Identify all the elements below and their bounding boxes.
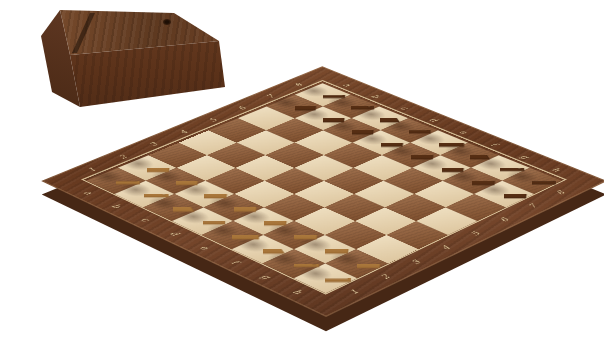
board-grid: ♜♞♝♛♚♝♞♜♟♟♟♟♟♟♟♟♟♟♟♟♟♟♟♟♜♞♝♛♚♝♞♜ bbox=[86, 83, 561, 293]
square-h1[interactable]: ♜ bbox=[294, 264, 357, 294]
box-finger-hole-icon bbox=[163, 19, 171, 25]
scene: abcdefgh abcdefgh 12345678 12345678 ♜♞♝♛… bbox=[0, 0, 604, 352]
chess-board: abcdefgh abcdefgh 12345678 12345678 ♜♞♝♛… bbox=[41, 66, 604, 317]
